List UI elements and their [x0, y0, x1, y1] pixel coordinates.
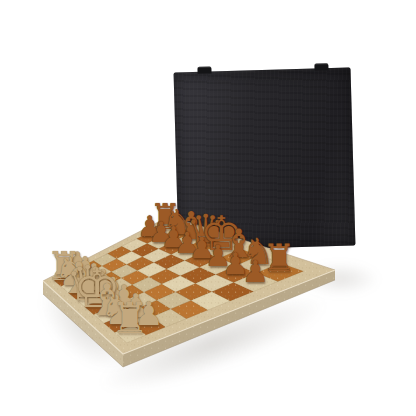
pieces-layer: ♜♞♝♛♚♝♞♜♟♟♟♟♟♟♟♟♟♟♟♟♟♟♟♟♜♞♝♛♚♝♞♜: [0, 0, 416, 416]
chess-piece-white-rook[interactable]: ♜: [111, 298, 149, 340]
product-photo-scene: ♜♞♝♛♚♝♞♜♟♟♟♟♟♟♟♟♟♟♟♟♟♟♟♟♜♞♝♛♚♝♞♜: [0, 0, 416, 416]
chess-piece-black-pawn[interactable]: ♟: [242, 257, 269, 287]
